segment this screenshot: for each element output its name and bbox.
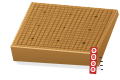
seal-character: ✳: [92, 68, 95, 71]
goban-grid: [16, 4, 112, 51]
goban-product-photo: ✳✳✳✳: [0, 0, 120, 80]
seal-badge: ✳: [90, 60, 95, 65]
seal-character: ✳: [92, 55, 95, 58]
corner-seal-ribbon: ✳✳✳✳: [89, 46, 97, 73]
side-label-mark: [100, 65, 103, 66]
seal-badge: ✳: [91, 48, 96, 53]
seal-badge: ✳: [91, 54, 96, 59]
seal-character: ✳: [93, 49, 96, 52]
side-label-mark: [101, 68, 103, 69]
seal-character: ✳: [92, 61, 95, 64]
seal-badge: ✳: [90, 66, 95, 71]
